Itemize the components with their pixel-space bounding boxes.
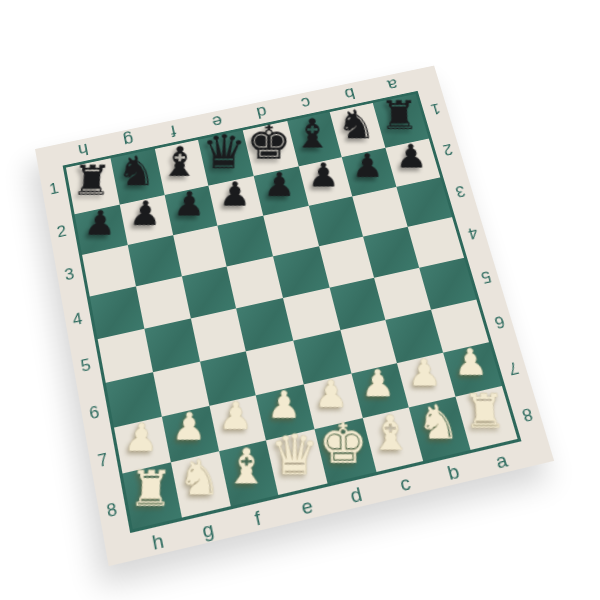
piece-bk-d1[interactable]: ♚	[246, 119, 292, 166]
piece-bn-g1[interactable]: ♞	[115, 150, 157, 191]
piece-wb-c8[interactable]: ♝	[369, 409, 413, 457]
piece-bb-f1[interactable]: ♝	[160, 141, 201, 182]
piece-wk-d8[interactable]: ♚	[318, 416, 368, 471]
piece-bq-e1[interactable]: ♛	[201, 129, 247, 176]
piece-bp-d2[interactable]: ♟	[263, 168, 295, 201]
piece-bp-h2[interactable]: ♟	[83, 206, 117, 240]
piece-wq-e8[interactable]: ♛	[270, 427, 320, 483]
piece-wn-g8[interactable]: ♞	[177, 453, 221, 502]
piece-wr-h8[interactable]: ♜	[128, 464, 173, 513]
piece-bp-e2[interactable]: ♟	[218, 178, 251, 211]
piece-wp-b7[interactable]: ♟	[407, 354, 442, 391]
piece-wp-a7[interactable]: ♟	[453, 344, 489, 381]
piece-wp-h7[interactable]: ♟	[123, 419, 159, 457]
piece-wp-g7[interactable]: ♟	[171, 408, 206, 446]
piece-bp-b2[interactable]: ♟	[351, 149, 384, 182]
chess-mat: ♜♞♝♛♚♝♞♜♟♟♟♟♟♟♟♟♟♟♟♟♟♟♟♟♜♞♝♛♚♝♞♜ 1234567…	[35, 66, 554, 567]
piece-bp-f2[interactable]: ♟	[173, 187, 206, 221]
piece-wp-f7[interactable]: ♟	[219, 397, 254, 435]
piece-bb-c1[interactable]: ♝	[293, 113, 333, 153]
piece-wb-f8[interactable]: ♝	[225, 442, 269, 491]
piece-bp-g2[interactable]: ♟	[128, 197, 162, 231]
piece-wp-e7[interactable]: ♟	[266, 386, 300, 424]
piece-wp-c7[interactable]: ♟	[361, 365, 396, 402]
piece-bn-b1[interactable]: ♞	[336, 104, 376, 144]
piece-bp-a2[interactable]: ♟	[395, 140, 428, 173]
piece-wp-d7[interactable]: ♟	[314, 376, 349, 414]
piece-bp-c2[interactable]: ♟	[308, 159, 340, 192]
piece-wn-b8[interactable]: ♞	[416, 398, 461, 445]
piece-wr-a8[interactable]: ♜	[462, 387, 507, 434]
piece-br-a1[interactable]: ♜	[379, 95, 419, 135]
photo-scene: ♜♞♝♛♚♝♞♜♟♟♟♟♟♟♟♟♟♟♟♟♟♟♟♟♜♞♝♛♚♝♞♜ 1234567…	[0, 0, 600, 600]
piece-br-h1[interactable]: ♜	[70, 159, 112, 200]
